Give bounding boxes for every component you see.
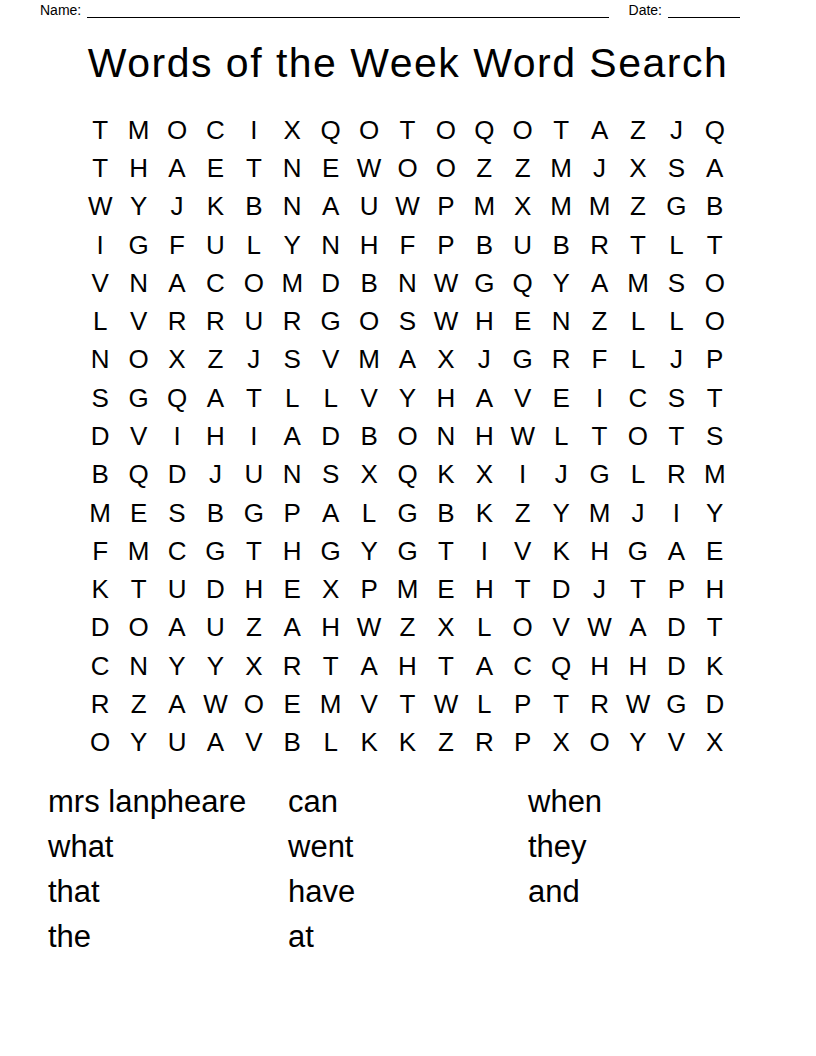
grid-cell-r6c10: W (427, 302, 465, 340)
grid-cell-r13c7: X (311, 571, 349, 609)
grid-cell-r12c7: G (311, 532, 349, 570)
grid-cell-r4c11: B (465, 226, 503, 264)
grid-cell-r15c5: X (235, 647, 273, 685)
word-item: have (288, 869, 355, 914)
grid-cell-r12c16: A (657, 532, 695, 570)
grid-cell-r1c11: Q (465, 111, 503, 149)
grid-cell-r12c6: H (273, 532, 311, 570)
grid-cell-r10c5: U (235, 456, 273, 494)
grid-cell-r10c16: R (657, 456, 695, 494)
grid-cell-r1c15: Z (619, 111, 657, 149)
grid-cell-r4c17: T (696, 226, 734, 264)
grid-cell-r8c15: C (619, 379, 657, 417)
grid-cell-r9c7: D (311, 417, 349, 455)
grid-cell-r14c6: A (273, 609, 311, 647)
grid-cell-r3c1: W (81, 188, 119, 226)
name-blank-line (87, 1, 608, 18)
grid-cell-r14c16: D (657, 609, 695, 647)
grid-cell-r13c16: P (657, 571, 695, 609)
grid-cell-r16c14: R (580, 685, 618, 723)
grid-cell-r2c7: E (311, 149, 349, 187)
grid-cell-r15c4: Y (196, 647, 234, 685)
grid-cell-r7c4: Z (196, 341, 234, 379)
word-item: can (288, 779, 355, 824)
grid-cell-r5c8: B (350, 264, 388, 302)
grid-cell-r17c9: K (388, 724, 426, 762)
grid-cell-r2c5: T (235, 149, 273, 187)
grid-cell-r17c13: X (542, 724, 580, 762)
grid-cell-r3c6: N (273, 188, 311, 226)
grid-cell-r12c8: Y (350, 532, 388, 570)
grid-cell-r9c17: S (696, 417, 734, 455)
grid-cell-r16c8: V (350, 685, 388, 723)
grid-cell-r9c1: D (81, 417, 119, 455)
grid-cell-r15c16: D (657, 647, 695, 685)
grid-cell-r6c4: R (196, 302, 234, 340)
grid-cell-r14c4: U (196, 609, 234, 647)
grid-cell-r15c6: R (273, 647, 311, 685)
grid-cell-r4c13: B (542, 226, 580, 264)
grid-cell-r13c9: M (388, 571, 426, 609)
grid-cell-r5c2: N (119, 264, 157, 302)
grid-cell-r4c2: G (119, 226, 157, 264)
grid-cell-r12c11: I (465, 532, 503, 570)
grid-cell-r11c4: B (196, 494, 234, 532)
grid-cell-r15c7: T (311, 647, 349, 685)
grid-cell-r4c14: R (580, 226, 618, 264)
grid-cell-r3c11: M (465, 188, 503, 226)
name-label: Name: (40, 2, 81, 18)
grid-cell-r11c10: B (427, 494, 465, 532)
grid-cell-r7c16: J (657, 341, 695, 379)
grid-cell-r1c5: I (235, 111, 273, 149)
grid-cell-r1c17: Q (696, 111, 734, 149)
grid-cell-r5c6: M (273, 264, 311, 302)
grid-cell-r16c11: L (465, 685, 503, 723)
grid-cell-r10c9: Q (388, 456, 426, 494)
grid-cell-r15c14: H (580, 647, 618, 685)
grid-cell-r2c1: T (81, 149, 119, 187)
grid-cell-r11c14: M (580, 494, 618, 532)
grid-cell-r10c4: J (196, 456, 234, 494)
grid-cell-r1c3: O (158, 111, 196, 149)
grid-cell-r4c8: H (350, 226, 388, 264)
grid-cell-r11c13: Y (542, 494, 580, 532)
word-item: mrs lanpheare (48, 779, 246, 824)
grid-cell-r16c13: T (542, 685, 580, 723)
grid-cell-r13c1: K (81, 571, 119, 609)
grid-cell-r13c11: H (465, 571, 503, 609)
grid-cell-r7c17: P (696, 341, 734, 379)
grid-cell-r3c2: Y (119, 188, 157, 226)
grid-cell-r8c16: S (657, 379, 695, 417)
grid-cell-r14c5: Z (235, 609, 273, 647)
grid-cell-r17c10: Z (427, 724, 465, 762)
grid-cell-r10c17: M (696, 456, 734, 494)
grid-cell-r11c7: A (311, 494, 349, 532)
grid-cell-r16c9: T (388, 685, 426, 723)
grid-cell-r3c3: J (158, 188, 196, 226)
grid-cell-r8c8: V (350, 379, 388, 417)
grid-cell-r17c6: B (273, 724, 311, 762)
grid-cell-r13c15: T (619, 571, 657, 609)
grid-cell-r8c6: L (273, 379, 311, 417)
grid-cell-r6c7: G (311, 302, 349, 340)
grid-cell-r10c6: N (273, 456, 311, 494)
grid-cell-r1c16: J (657, 111, 695, 149)
grid-cell-r5c7: D (311, 264, 349, 302)
grid-cell-r6c13: N (542, 302, 580, 340)
grid-cell-r4c3: F (158, 226, 196, 264)
grid-cell-r12c12: V (504, 532, 542, 570)
grid-cell-r17c3: U (158, 724, 196, 762)
grid-cell-r2c15: X (619, 149, 657, 187)
grid-cell-r8c12: V (504, 379, 542, 417)
grid-cell-r17c8: K (350, 724, 388, 762)
grid-cell-r14c17: T (696, 609, 734, 647)
grid-cell-r2c13: M (542, 149, 580, 187)
grid-cell-r7c13: R (542, 341, 580, 379)
grid-cell-r12c13: K (542, 532, 580, 570)
grid-cell-r2c12: Z (504, 149, 542, 187)
grid-cell-r2c14: J (580, 149, 618, 187)
grid-cell-r12c14: H (580, 532, 618, 570)
grid-cell-r15c3: Y (158, 647, 196, 685)
grid-cell-r14c7: H (311, 609, 349, 647)
grid-cell-r4c16: L (657, 226, 695, 264)
grid-cell-r12c17: E (696, 532, 734, 570)
grid-cell-r7c11: J (465, 341, 503, 379)
grid-cell-r6c15: L (619, 302, 657, 340)
grid-cell-r14c3: A (158, 609, 196, 647)
grid-cell-r10c10: K (427, 456, 465, 494)
grid-cell-r11c8: L (350, 494, 388, 532)
grid-cell-r2c11: Z (465, 149, 503, 187)
grid-cell-r9c13: L (542, 417, 580, 455)
grid-cell-r17c16: V (657, 724, 695, 762)
grid-cell-r6c3: R (158, 302, 196, 340)
grid-cell-r14c9: Z (388, 609, 426, 647)
grid-cell-r15c11: A (465, 647, 503, 685)
grid-cell-r10c8: X (350, 456, 388, 494)
grid-cell-r2c8: W (350, 149, 388, 187)
grid-cell-r6c16: L (657, 302, 695, 340)
grid-cell-r7c6: S (273, 341, 311, 379)
grid-cell-r7c5: J (235, 341, 273, 379)
grid-cell-r7c14: F (580, 341, 618, 379)
grid-cell-r5c14: A (580, 264, 618, 302)
grid-cell-r6c8: O (350, 302, 388, 340)
grid-cell-r13c13: D (542, 571, 580, 609)
grid-cell-r2c4: E (196, 149, 234, 187)
grid-cell-r14c10: X (427, 609, 465, 647)
grid-cell-r6c14: Z (580, 302, 618, 340)
grid-cell-r4c7: N (311, 226, 349, 264)
grid-cell-r4c4: U (196, 226, 234, 264)
page-title: Words of the Week Word Search (0, 40, 816, 87)
grid-cell-r2c9: O (388, 149, 426, 187)
grid-cell-r3c17: B (696, 188, 734, 226)
grid-cell-r13c12: T (504, 571, 542, 609)
grid-cell-r13c4: D (196, 571, 234, 609)
grid-cell-r5c4: C (196, 264, 234, 302)
grid-cell-r13c3: U (158, 571, 196, 609)
grid-cell-r8c13: E (542, 379, 580, 417)
grid-cell-r14c13: V (542, 609, 580, 647)
grid-cell-r16c2: Z (119, 685, 157, 723)
grid-cell-r12c2: M (119, 532, 157, 570)
grid-cell-r2c3: A (158, 149, 196, 187)
grid-cell-r3c9: W (388, 188, 426, 226)
grid-cell-r4c12: U (504, 226, 542, 264)
grid-cell-r4c6: Y (273, 226, 311, 264)
grid-cell-r13c10: E (427, 571, 465, 609)
grid-cell-r12c10: T (427, 532, 465, 570)
grid-cell-r12c9: G (388, 532, 426, 570)
grid-cell-r9c11: H (465, 417, 503, 455)
grid-cell-r10c15: L (619, 456, 657, 494)
grid-cell-r1c8: O (350, 111, 388, 149)
grid-cell-r5c1: V (81, 264, 119, 302)
grid-cell-r14c15: A (619, 609, 657, 647)
grid-cell-r5c12: Q (504, 264, 542, 302)
grid-cell-r13c8: P (350, 571, 388, 609)
word-list: mrs lanphearewhatthatthe canwenthaveat w… (48, 779, 788, 979)
grid-cell-r13c17: H (696, 571, 734, 609)
word-item: that (48, 869, 246, 914)
grid-cell-r8c4: A (196, 379, 234, 417)
grid-cell-r9c14: T (580, 417, 618, 455)
grid-cell-r2c10: O (427, 149, 465, 187)
grid-cell-r15c8: A (350, 647, 388, 685)
grid-cell-r16c6: E (273, 685, 311, 723)
grid-cell-r1c4: C (196, 111, 234, 149)
grid-cell-r8c9: Y (388, 379, 426, 417)
grid-cell-r10c12: I (504, 456, 542, 494)
grid-cell-r5c9: N (388, 264, 426, 302)
grid-cell-r6c6: R (273, 302, 311, 340)
grid-cell-r17c14: O (580, 724, 618, 762)
grid-cell-r17c5: V (235, 724, 273, 762)
grid-cell-r11c17: Y (696, 494, 734, 532)
grid-cell-r5c10: W (427, 264, 465, 302)
grid-cell-r6c5: U (235, 302, 273, 340)
grid-cell-r10c11: X (465, 456, 503, 494)
word-item: the (48, 914, 246, 959)
grid-cell-r12c5: T (235, 532, 273, 570)
grid-cell-r3c14: M (580, 188, 618, 226)
grid-cell-r2c6: N (273, 149, 311, 187)
grid-cell-r14c8: W (350, 609, 388, 647)
date-blank-line (668, 1, 740, 18)
grid-cell-r11c3: S (158, 494, 196, 532)
grid-cell-r15c15: H (619, 647, 657, 685)
word-item: when (528, 779, 602, 824)
grid-cell-r5c5: O (235, 264, 273, 302)
grid-cell-r9c12: W (504, 417, 542, 455)
grid-cell-r8c17: T (696, 379, 734, 417)
grid-cell-r16c1: R (81, 685, 119, 723)
grid-cell-r9c2: V (119, 417, 157, 455)
grid-cell-r10c14: G (580, 456, 618, 494)
grid-cell-r15c12: C (504, 647, 542, 685)
grid-cell-r9c5: I (235, 417, 273, 455)
grid-cell-r6c11: H (465, 302, 503, 340)
grid-cell-r16c7: M (311, 685, 349, 723)
grid-cell-r3c12: X (504, 188, 542, 226)
grid-cell-r3c5: B (235, 188, 273, 226)
grid-cell-r1c9: T (388, 111, 426, 149)
grid-cell-r15c10: T (427, 647, 465, 685)
grid-cell-r11c11: K (465, 494, 503, 532)
grid-cell-r16c15: W (619, 685, 657, 723)
word-item: went (288, 824, 355, 869)
word-item: they (528, 824, 602, 869)
grid-cell-r15c9: H (388, 647, 426, 685)
grid-cell-r2c16: S (657, 149, 695, 187)
grid-cell-r6c1: L (81, 302, 119, 340)
grid-cell-r5c11: G (465, 264, 503, 302)
grid-cell-r3c4: K (196, 188, 234, 226)
grid-cell-r6c17: O (696, 302, 734, 340)
grid-cell-r7c2: O (119, 341, 157, 379)
grid-cell-r17c15: Y (619, 724, 657, 762)
grid-cell-r5c15: M (619, 264, 657, 302)
grid-cell-r4c15: T (619, 226, 657, 264)
grid-cell-r2c17: A (696, 149, 734, 187)
grid-cell-r11c16: I (657, 494, 695, 532)
grid-cell-r9c4: H (196, 417, 234, 455)
grid-cell-r9c10: N (427, 417, 465, 455)
grid-cell-r6c9: S (388, 302, 426, 340)
grid-cell-r4c5: L (235, 226, 273, 264)
grid-cell-r1c2: M (119, 111, 157, 149)
grid-cell-r7c1: N (81, 341, 119, 379)
grid-cell-r4c9: F (388, 226, 426, 264)
grid-cell-r14c2: O (119, 609, 157, 647)
grid-cell-r8c3: Q (158, 379, 196, 417)
grid-cell-r16c10: W (427, 685, 465, 723)
grid-cell-r16c12: P (504, 685, 542, 723)
grid-cell-r1c7: Q (311, 111, 349, 149)
word-item: what (48, 824, 246, 869)
grid-cell-r3c16: G (657, 188, 695, 226)
word-item: and (528, 869, 602, 914)
grid-cell-r15c1: C (81, 647, 119, 685)
grid-cell-r16c4: W (196, 685, 234, 723)
grid-cell-r8c2: G (119, 379, 157, 417)
grid-cell-r3c10: P (427, 188, 465, 226)
grid-cell-r17c12: P (504, 724, 542, 762)
grid-cell-r13c5: H (235, 571, 273, 609)
word-item: at (288, 914, 355, 959)
grid-cell-r8c14: I (580, 379, 618, 417)
grid-cell-r16c5: O (235, 685, 273, 723)
grid-cell-r3c7: A (311, 188, 349, 226)
grid-cell-r11c15: J (619, 494, 657, 532)
grid-cell-r17c2: Y (119, 724, 157, 762)
grid-cell-r16c17: D (696, 685, 734, 723)
grid-cell-r16c3: A (158, 685, 196, 723)
grid-cell-r9c6: A (273, 417, 311, 455)
grid-cell-r8c5: T (235, 379, 273, 417)
grid-cell-r1c12: O (504, 111, 542, 149)
grid-cell-r7c12: G (504, 341, 542, 379)
grid-cell-r1c1: T (81, 111, 119, 149)
grid-cell-r15c13: Q (542, 647, 580, 685)
grid-cell-r12c3: C (158, 532, 196, 570)
grid-cell-r7c3: X (158, 341, 196, 379)
grid-cell-r17c7: L (311, 724, 349, 762)
grid-cell-r8c10: H (427, 379, 465, 417)
grid-cell-r17c11: R (465, 724, 503, 762)
grid-cell-r10c3: D (158, 456, 196, 494)
grid-cell-r4c1: I (81, 226, 119, 264)
grid-cell-r1c10: O (427, 111, 465, 149)
grid-cell-r9c9: O (388, 417, 426, 455)
name-date-row: Name: Date: (40, 1, 740, 18)
date-label: Date: (629, 2, 662, 18)
grid-cell-r10c13: J (542, 456, 580, 494)
grid-cell-r11c1: M (81, 494, 119, 532)
grid-cell-r11c6: P (273, 494, 311, 532)
grid-cell-r13c2: T (119, 571, 157, 609)
grid-cell-r15c2: N (119, 647, 157, 685)
grid-cell-r14c1: D (81, 609, 119, 647)
grid-cell-r11c5: G (235, 494, 273, 532)
grid-cell-r2c2: H (119, 149, 157, 187)
grid-cell-r5c13: Y (542, 264, 580, 302)
word-search-grid: TMOCIXQOTOQOTAZJQTHAETNEWOOZZMJXSAWYJKBN… (81, 111, 734, 762)
word-column-2: canwenthaveat (288, 779, 355, 959)
grid-cell-r11c12: Z (504, 494, 542, 532)
grid-cell-r17c17: X (696, 724, 734, 762)
grid-cell-r9c3: I (158, 417, 196, 455)
grid-cell-r14c11: L (465, 609, 503, 647)
grid-cell-r12c4: G (196, 532, 234, 570)
grid-cell-r7c15: L (619, 341, 657, 379)
grid-cell-r6c2: V (119, 302, 157, 340)
grid-cell-r7c8: M (350, 341, 388, 379)
grid-cell-r1c13: T (542, 111, 580, 149)
grid-cell-r8c11: A (465, 379, 503, 417)
grid-cell-r9c8: B (350, 417, 388, 455)
grid-cell-r3c8: U (350, 188, 388, 226)
grid-cell-r11c9: G (388, 494, 426, 532)
grid-cell-r10c1: B (81, 456, 119, 494)
grid-cell-r17c1: O (81, 724, 119, 762)
grid-cell-r9c15: O (619, 417, 657, 455)
grid-cell-r16c16: G (657, 685, 695, 723)
grid-cell-r6c12: E (504, 302, 542, 340)
grid-cell-r14c12: O (504, 609, 542, 647)
grid-cell-r13c6: E (273, 571, 311, 609)
grid-cell-r13c14: J (580, 571, 618, 609)
grid-cell-r8c1: S (81, 379, 119, 417)
grid-cell-r3c13: M (542, 188, 580, 226)
grid-cell-r4c10: P (427, 226, 465, 264)
grid-cell-r1c14: A (580, 111, 618, 149)
grid-cell-r7c10: X (427, 341, 465, 379)
grid-cell-r8c7: L (311, 379, 349, 417)
grid-cell-r12c1: F (81, 532, 119, 570)
word-column-1: mrs lanphearewhatthatthe (48, 779, 246, 959)
grid-cell-r3c15: Z (619, 188, 657, 226)
grid-cell-r5c3: A (158, 264, 196, 302)
grid-cell-r14c14: W (580, 609, 618, 647)
grid-cell-r10c2: Q (119, 456, 157, 494)
word-column-3: whentheyand (528, 779, 602, 914)
